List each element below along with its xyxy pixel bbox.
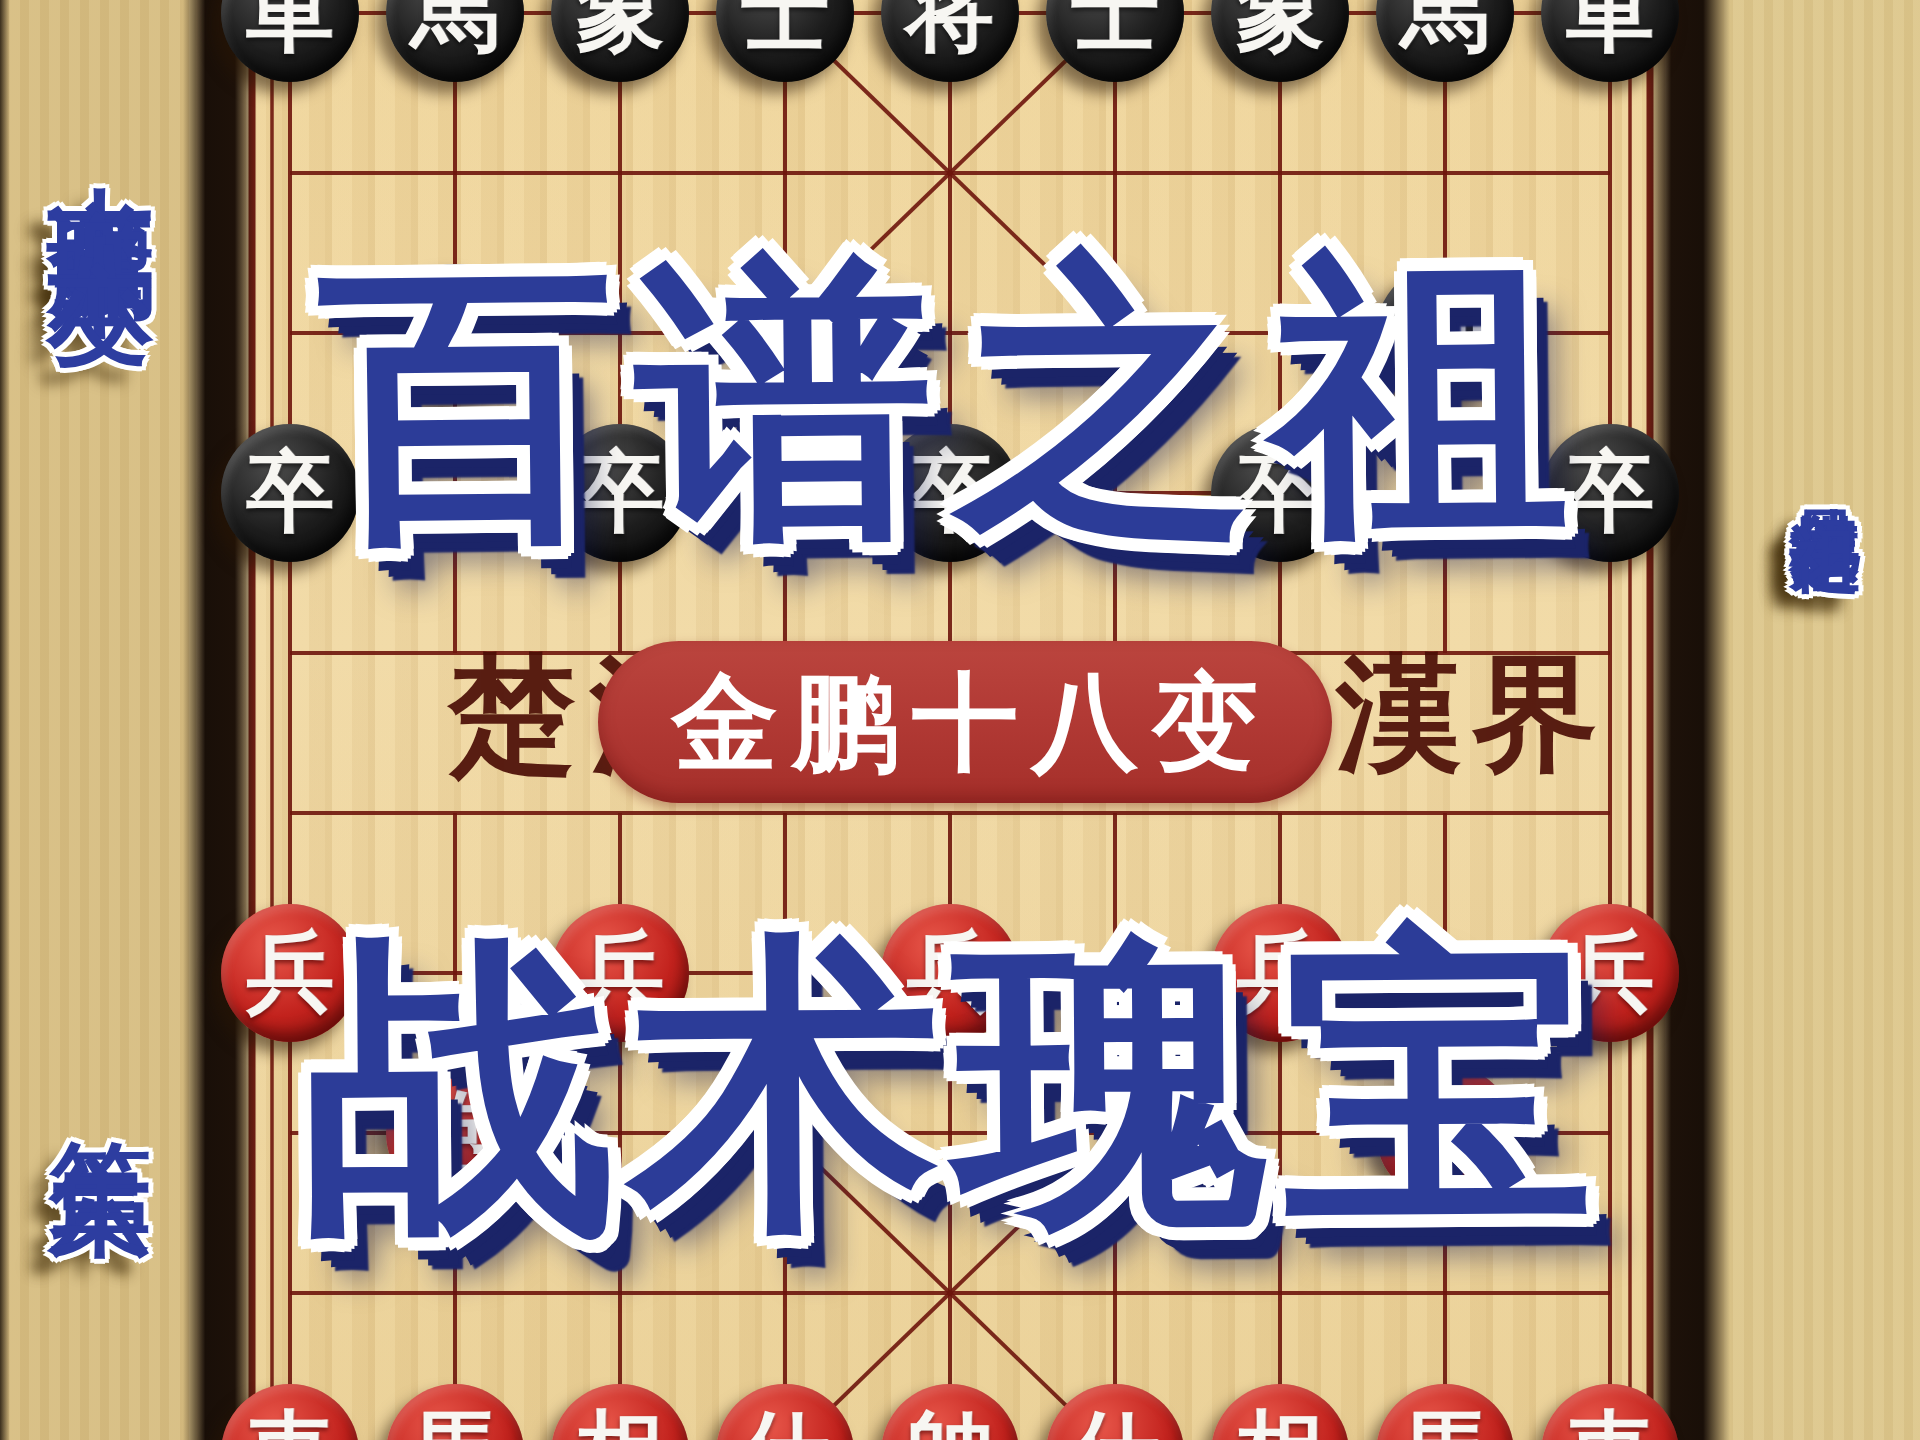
- left-edge-vignette: [0, 0, 10, 1440]
- piece-glyph: 馬: [411, 0, 499, 57]
- piece-glyph: 相: [576, 1409, 664, 1440]
- piece-glyph: 車: [1566, 0, 1654, 57]
- piece-glyph: 士: [1071, 0, 1159, 57]
- series-pill-banner: 金鹏十八变: [598, 641, 1332, 803]
- piece-glyph: 象: [576, 0, 664, 57]
- piece-glyph: 相: [1236, 1409, 1324, 1440]
- overlay-title-bottom: 战术瑰宝: [239, 923, 1671, 1245]
- piece-glyph: 車: [246, 0, 334, 57]
- piece-glyph: 馬: [411, 1409, 499, 1440]
- pill-banner-text: 金鹏十八变: [658, 669, 1272, 775]
- piece-glyph: 仕: [741, 1409, 829, 1440]
- video-frame: 楚河 漢界 車馬象士将士象馬車砲砲卒卒卒卒卒兵兵兵兵兵炮炮車馬相仕帥仕相馬車 古…: [0, 0, 1920, 1440]
- river-label-han-jie: 漢界: [1336, 652, 1608, 778]
- piece-glyph: 車: [1566, 1409, 1654, 1440]
- piece-glyph: 士: [741, 0, 829, 57]
- piece-glyph: 車: [246, 1409, 334, 1440]
- piece-glyph: 馬: [1401, 1409, 1489, 1440]
- piece-glyph: 帥: [906, 1409, 994, 1440]
- piece-glyph: 馬: [1401, 0, 1489, 57]
- piece-glyph: 仕: [1071, 1409, 1159, 1440]
- piece-glyph: 将: [906, 0, 994, 57]
- overlay-title-top: 百谱之祖: [238, 245, 1671, 556]
- piece-glyph: 象: [1236, 0, 1324, 57]
